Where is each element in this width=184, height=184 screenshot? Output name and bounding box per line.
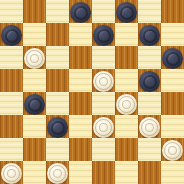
light-square-r2c2 <box>46 46 69 69</box>
dark-square-r0c3[interactable] <box>69 0 92 23</box>
light-square-r6c2 <box>46 138 69 161</box>
dark-square-r6c7[interactable] <box>161 138 184 161</box>
dark-square-r1c6[interactable] <box>138 23 161 46</box>
dark-square-r2c1[interactable] <box>23 46 46 69</box>
dark-square-r4c3[interactable] <box>69 92 92 115</box>
dark-square-r4c5[interactable] <box>115 92 138 115</box>
dark-square-r7c2[interactable] <box>46 161 69 184</box>
black-man[interactable] <box>70 2 91 23</box>
white-man[interactable] <box>93 71 114 92</box>
light-square-r6c0 <box>0 138 23 161</box>
black-man[interactable] <box>47 117 68 138</box>
light-square-r4c0 <box>0 92 23 115</box>
black-man[interactable] <box>116 2 137 23</box>
dark-square-r1c2[interactable] <box>46 23 69 46</box>
dark-square-r2c7[interactable] <box>161 46 184 69</box>
black-man[interactable] <box>139 25 160 46</box>
dark-square-r4c7[interactable] <box>161 92 184 115</box>
black-man[interactable] <box>1 25 22 46</box>
light-square-r0c4 <box>92 0 115 23</box>
dark-square-r7c6[interactable] <box>138 161 161 184</box>
light-square-r1c5 <box>115 23 138 46</box>
dark-square-r6c5[interactable] <box>115 138 138 161</box>
dark-square-r5c2[interactable] <box>46 115 69 138</box>
light-square-r1c7 <box>161 23 184 46</box>
dark-square-r3c0[interactable] <box>0 69 23 92</box>
white-man[interactable] <box>116 94 137 115</box>
dark-square-r1c0[interactable] <box>0 23 23 46</box>
dark-square-r0c5[interactable] <box>115 0 138 23</box>
black-man[interactable] <box>139 71 160 92</box>
dark-square-r5c0[interactable] <box>0 115 23 138</box>
dark-square-r5c6[interactable] <box>138 115 161 138</box>
white-man[interactable] <box>24 48 45 69</box>
dark-square-r2c3[interactable] <box>69 46 92 69</box>
light-square-r0c6 <box>138 0 161 23</box>
light-square-r3c3 <box>69 69 92 92</box>
light-square-r5c7 <box>161 115 184 138</box>
black-man[interactable] <box>93 25 114 46</box>
white-man[interactable] <box>162 140 183 161</box>
dark-square-r2c5[interactable] <box>115 46 138 69</box>
light-square-r1c3 <box>69 23 92 46</box>
dark-square-r5c4[interactable] <box>92 115 115 138</box>
light-square-r4c4 <box>92 92 115 115</box>
black-man[interactable] <box>162 48 183 69</box>
dark-square-r3c2[interactable] <box>46 69 69 92</box>
light-square-r5c5 <box>115 115 138 138</box>
light-square-r3c1 <box>23 69 46 92</box>
light-square-r2c4 <box>92 46 115 69</box>
light-square-r3c5 <box>115 69 138 92</box>
white-man[interactable] <box>1 163 22 184</box>
dark-square-r7c4[interactable] <box>92 161 115 184</box>
light-square-r2c0 <box>0 46 23 69</box>
light-square-r1c1 <box>23 23 46 46</box>
light-square-r7c3 <box>69 161 92 184</box>
light-square-r5c3 <box>69 115 92 138</box>
light-square-r5c1 <box>23 115 46 138</box>
light-square-r6c6 <box>138 138 161 161</box>
light-square-r0c2 <box>46 0 69 23</box>
light-square-r2c6 <box>138 46 161 69</box>
dark-square-r1c4[interactable] <box>92 23 115 46</box>
light-square-r7c1 <box>23 161 46 184</box>
white-man[interactable] <box>47 163 68 184</box>
light-square-r0c0 <box>0 0 23 23</box>
light-square-r6c4 <box>92 138 115 161</box>
white-man[interactable] <box>139 117 160 138</box>
white-man[interactable] <box>93 117 114 138</box>
dark-square-r0c1[interactable] <box>23 0 46 23</box>
light-square-r4c2 <box>46 92 69 115</box>
dark-square-r6c1[interactable] <box>23 138 46 161</box>
black-man[interactable] <box>24 94 45 115</box>
light-square-r4c6 <box>138 92 161 115</box>
checkers-board <box>0 0 184 184</box>
dark-square-r3c6[interactable] <box>138 69 161 92</box>
dark-square-r7c0[interactable] <box>0 161 23 184</box>
dark-square-r6c3[interactable] <box>69 138 92 161</box>
light-square-r3c7 <box>161 69 184 92</box>
dark-square-r4c1[interactable] <box>23 92 46 115</box>
dark-square-r3c4[interactable] <box>92 69 115 92</box>
light-square-r7c5 <box>115 161 138 184</box>
light-square-r7c7 <box>161 161 184 184</box>
dark-square-r0c7[interactable] <box>161 0 184 23</box>
